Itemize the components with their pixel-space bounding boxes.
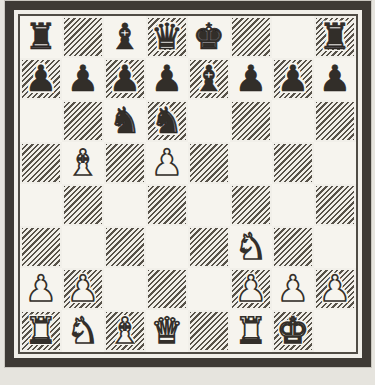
board-frame: ♜♝♛♚♜♟♟♟♟♝♟♟♟♞♞♝♟♞♟♟♟♟♟♜♞♝♛♜♚: [5, 1, 371, 367]
square-g1: ♚: [272, 310, 314, 352]
square-f1: ♜: [230, 310, 272, 352]
square-h2: ♟: [314, 268, 356, 310]
square-e1: [188, 310, 230, 352]
square-e8: ♚: [188, 16, 230, 58]
square-f2: ♟: [230, 268, 272, 310]
square-g5: [272, 142, 314, 184]
white-knight: ♞: [235, 229, 267, 265]
square-f3: ♞: [230, 226, 272, 268]
square-d6: ♞: [146, 100, 188, 142]
square-a3: [20, 226, 62, 268]
black-pawn: ♟: [151, 61, 183, 97]
square-h7: ♟: [314, 58, 356, 100]
square-b2: ♟: [62, 268, 104, 310]
square-f6: [230, 100, 272, 142]
square-f7: ♟: [230, 58, 272, 100]
square-e2: [188, 268, 230, 310]
square-a5: [20, 142, 62, 184]
square-b1: ♞: [62, 310, 104, 352]
square-f5: [230, 142, 272, 184]
square-b6: [62, 100, 104, 142]
square-a4: [20, 184, 62, 226]
square-g4: [272, 184, 314, 226]
square-f8: [230, 16, 272, 58]
square-d7: ♟: [146, 58, 188, 100]
white-bishop: ♝: [109, 313, 141, 349]
white-pawn: ♟: [25, 271, 57, 307]
white-pawn: ♟: [319, 271, 351, 307]
black-pawn: ♟: [319, 61, 351, 97]
black-knight: ♞: [151, 103, 183, 139]
white-queen: ♛: [151, 313, 183, 349]
square-e4: [188, 184, 230, 226]
square-e7: ♝: [188, 58, 230, 100]
white-rook: ♜: [25, 313, 57, 349]
white-pawn: ♟: [277, 271, 309, 307]
diagram-scan: ♜♝♛♚♜♟♟♟♟♝♟♟♟♞♞♝♟♞♟♟♟♟♟♜♞♝♛♜♚: [0, 0, 375, 367]
square-d8: ♛: [146, 16, 188, 58]
square-d2: [146, 268, 188, 310]
square-g6: [272, 100, 314, 142]
black-pawn: ♟: [277, 61, 309, 97]
square-d3: [146, 226, 188, 268]
square-c5: [104, 142, 146, 184]
white-pawn: ♟: [151, 145, 183, 181]
black-knight: ♞: [109, 103, 141, 139]
square-h3: [314, 226, 356, 268]
square-e6: [188, 100, 230, 142]
square-d1: ♛: [146, 310, 188, 352]
square-g3: [272, 226, 314, 268]
square-d5: ♟: [146, 142, 188, 184]
square-e3: [188, 226, 230, 268]
black-rook: ♜: [319, 19, 351, 55]
board-frame-gap: ♜♝♛♚♜♟♟♟♟♝♟♟♟♞♞♝♟♞♟♟♟♟♟♜♞♝♛♜♚: [14, 10, 362, 358]
black-queen: ♛: [151, 19, 183, 55]
square-d4: [146, 184, 188, 226]
square-h1: [314, 310, 356, 352]
white-pawn: ♟: [67, 271, 99, 307]
black-pawn: ♟: [67, 61, 99, 97]
square-a8: ♜: [20, 16, 62, 58]
square-h6: [314, 100, 356, 142]
square-a7: ♟: [20, 58, 62, 100]
square-b4: [62, 184, 104, 226]
square-g7: ♟: [272, 58, 314, 100]
white-bishop: ♝: [67, 145, 99, 181]
black-pawn: ♟: [109, 61, 141, 97]
black-bishop: ♝: [109, 19, 141, 55]
square-c3: [104, 226, 146, 268]
square-f4: [230, 184, 272, 226]
white-knight: ♞: [67, 313, 99, 349]
black-king: ♚: [193, 19, 225, 55]
square-c8: ♝: [104, 16, 146, 58]
square-a2: ♟: [20, 268, 62, 310]
white-pawn: ♟: [235, 271, 267, 307]
chess-board: ♜♝♛♚♜♟♟♟♟♝♟♟♟♞♞♝♟♞♟♟♟♟♟♜♞♝♛♜♚: [18, 14, 358, 354]
square-c1: ♝: [104, 310, 146, 352]
black-pawn: ♟: [25, 61, 57, 97]
square-e5: [188, 142, 230, 184]
square-c2: [104, 268, 146, 310]
square-a1: ♜: [20, 310, 62, 352]
black-bishop: ♝: [193, 61, 225, 97]
square-h4: [314, 184, 356, 226]
square-g2: ♟: [272, 268, 314, 310]
square-h8: ♜: [314, 16, 356, 58]
square-b8: [62, 16, 104, 58]
square-c7: ♟: [104, 58, 146, 100]
square-b7: ♟: [62, 58, 104, 100]
black-pawn: ♟: [235, 61, 267, 97]
white-king: ♚: [277, 313, 309, 349]
square-b5: ♝: [62, 142, 104, 184]
square-a6: [20, 100, 62, 142]
square-c6: ♞: [104, 100, 146, 142]
square-c4: [104, 184, 146, 226]
square-h5: [314, 142, 356, 184]
square-g8: [272, 16, 314, 58]
white-rook: ♜: [235, 313, 267, 349]
square-b3: [62, 226, 104, 268]
black-rook: ♜: [25, 19, 57, 55]
